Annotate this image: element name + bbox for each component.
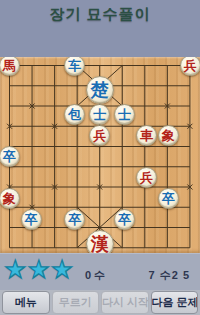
piece-han-elephant[interactable]: 象 — [158, 125, 179, 146]
app-screen: 장기 묘수풀이 馬车兵楚包士士兵車象卒兵象卒卒卒卒漢 ★★★ 0 수 7 수2 … — [0, 0, 200, 315]
piece-cho-advisor[interactable]: 士 — [89, 104, 110, 125]
piece-cho-soldier[interactable]: 卒 — [64, 209, 85, 230]
piece-cho-cannon[interactable]: 包 — [64, 104, 85, 125]
piece-han-horse[interactable]: 馬 — [0, 57, 20, 76]
piece-han-soldier[interactable]: 兵 — [180, 57, 200, 76]
piece-han-chariot[interactable]: 車 — [136, 125, 157, 146]
piece-cho-soldier[interactable]: 卒 — [114, 209, 135, 230]
puzzle-info: 7 수2 5 — [149, 268, 190, 283]
piece-cho-advisor[interactable]: 士 — [114, 104, 135, 125]
piece-layer: 馬车兵楚包士士兵車象卒兵象卒卒卒卒漢 — [0, 57, 200, 253]
piece-cho-chariot[interactable]: 车 — [64, 57, 85, 76]
menu-button[interactable]: 메뉴 — [2, 291, 50, 314]
piece-han-elephant[interactable]: 象 — [0, 188, 20, 209]
janggi-board[interactable]: 馬车兵楚包士士兵車象卒兵象卒卒卒卒漢 — [0, 57, 200, 253]
restart-button[interactable]: 다시 시작 — [101, 291, 149, 314]
undo-button[interactable]: 무르기 — [52, 291, 100, 314]
piece-cho-soldier[interactable]: 卒 — [21, 209, 42, 230]
piece-han-king[interactable]: 漢 — [86, 230, 114, 253]
move-counter: 0 수 — [70, 268, 120, 283]
status-bar: ★★★ 0 수 7 수2 5 — [0, 253, 200, 290]
star-icon: ★ — [4, 255, 27, 283]
difficulty-stars: ★★★ — [4, 255, 74, 284]
page-title: 장기 묘수풀이 — [0, 5, 200, 24]
next-problem-button[interactable]: 다음 문제 — [151, 291, 199, 314]
piece-han-soldier[interactable]: 兵 — [136, 167, 157, 188]
piece-cho-king[interactable]: 楚 — [86, 76, 114, 104]
piece-han-soldier[interactable]: 兵 — [89, 125, 110, 146]
piece-cho-soldier[interactable]: 卒 — [0, 146, 20, 167]
button-bar: 메뉴 무르기 다시 시작 다음 문제 — [0, 290, 200, 315]
star-icon: ★ — [27, 255, 50, 283]
piece-cho-soldier[interactable]: 卒 — [158, 188, 179, 209]
